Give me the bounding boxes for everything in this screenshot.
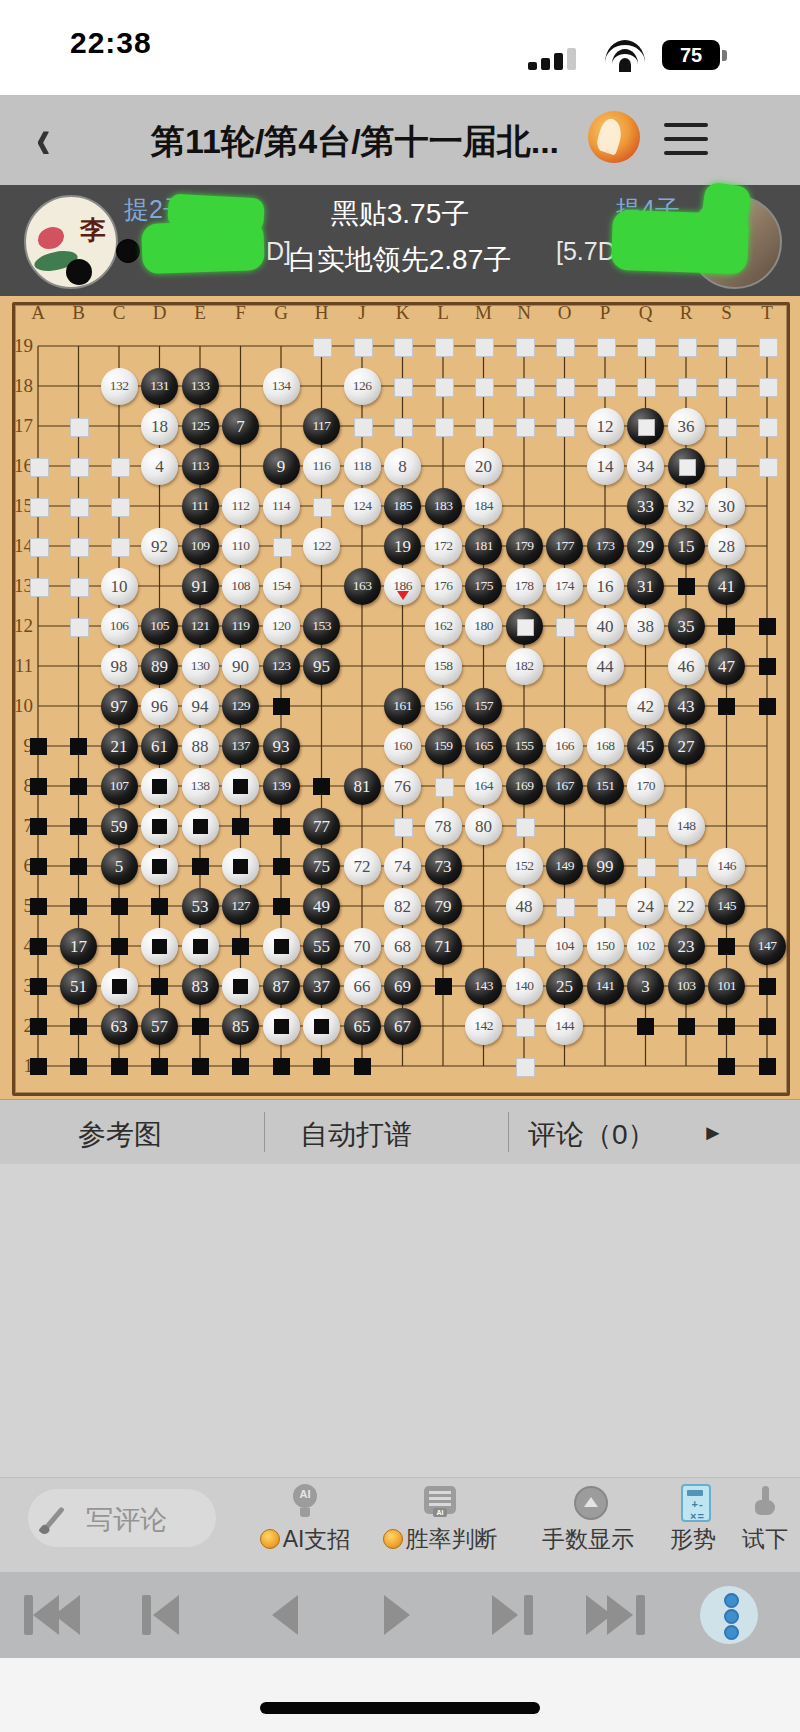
ai-hint-button[interactable]: AI AI支招: [240, 1484, 370, 1555]
page-title: 第11轮/第4台/第十一届北...: [120, 119, 590, 165]
territory-marker-black-B1: [70, 1058, 87, 1075]
territory-marker-black-G7: [273, 818, 290, 835]
stone-black-P14: 173: [587, 528, 624, 565]
territory-marker-white-G14: [273, 538, 292, 557]
stone-black-R9: 27: [668, 728, 705, 765]
dead-stone-white-D7: [141, 808, 178, 845]
stone-black-L5: 79: [425, 888, 462, 925]
stone-black-H3: 37: [303, 968, 340, 1005]
stone-white-M16: 20: [465, 448, 502, 485]
coin-icon: [260, 1529, 280, 1549]
stone-black-M13: 175: [465, 568, 502, 605]
stone-black-G11: 123: [263, 648, 300, 685]
stone-white-S14: 28: [708, 528, 745, 565]
territory-marker-white-Q19: [637, 338, 656, 357]
stone-white-F14: 110: [222, 528, 259, 565]
stone-black-K15: 185: [384, 488, 421, 525]
territory-marker-black-B5: [70, 898, 87, 915]
stone-white-K8: 76: [384, 768, 421, 805]
column-label: K: [388, 302, 418, 324]
territory-marker-white-Q6: [637, 858, 656, 877]
territory-marker-white-R18: [678, 378, 697, 397]
stone-black-N9: 155: [506, 728, 543, 765]
column-label: L: [428, 302, 458, 324]
territory-marker-white-N2: [516, 1018, 535, 1037]
go-to-start-button[interactable]: [24, 1590, 84, 1640]
territory-marker-black-T12: [759, 618, 776, 635]
stone-black-K2: 67: [384, 1008, 421, 1045]
column-label: O: [550, 302, 580, 324]
stone-white-J3: 66: [344, 968, 381, 1005]
stone-white-O9: 166: [546, 728, 583, 765]
stone-white-M2: 142: [465, 1008, 502, 1045]
territory-marker-white-L19: [435, 338, 454, 357]
stone-white-M15: 184: [465, 488, 502, 525]
column-label: D: [145, 302, 175, 324]
stone-black-E18: 133: [182, 368, 219, 405]
territory-marker-white-H19: [313, 338, 332, 357]
territory-marker-white-J17: [354, 418, 373, 437]
stone-white-S6: 146: [708, 848, 745, 885]
stone-white-J6: 72: [344, 848, 381, 885]
stone-black-L15: 183: [425, 488, 462, 525]
territory-marker-white-N7: [516, 818, 535, 837]
wifi-icon: [605, 40, 645, 70]
forward-ten-button[interactable]: [584, 1590, 644, 1640]
stone-black-B3: 51: [60, 968, 97, 1005]
territory-marker-white-M18: [475, 378, 494, 397]
territory-marker-white-B15: [70, 498, 89, 517]
stone-white-F15: 112: [222, 488, 259, 525]
clock: 22:38: [70, 26, 152, 60]
stone-white-Q4: 102: [627, 928, 664, 965]
territory-marker-black-A9: [30, 738, 47, 755]
tab-auto-replay[interactable]: 自动打谱: [300, 1116, 412, 1154]
menu-button[interactable]: [664, 123, 708, 157]
battery-nub: [722, 50, 727, 61]
stone-white-K16: 8: [384, 448, 421, 485]
stone-black-F2: 85: [222, 1008, 259, 1045]
stone-black-S13: 41: [708, 568, 745, 605]
stone-white-C12: 106: [101, 608, 138, 645]
stone-white-D10: 96: [141, 688, 178, 725]
stone-black-H5: 49: [303, 888, 340, 925]
stone-black-K14: 19: [384, 528, 421, 565]
territory-marker-white-N4: [516, 938, 535, 957]
stone-black-M9: 165: [465, 728, 502, 765]
stone-white-G13: 154: [263, 568, 300, 605]
territory-marker-black-T10: [759, 698, 776, 715]
stone-black-G8: 139: [263, 768, 300, 805]
menu-bar: 参考图 自动打谱 评论（0） ►: [0, 1099, 800, 1165]
stone-white-K4: 68: [384, 928, 421, 965]
stone-white-H14: 122: [303, 528, 340, 565]
territory-marker-white-K18: [394, 378, 413, 397]
territory-marker-black-F1: [232, 1058, 249, 1075]
stone-white-O2: 144: [546, 1008, 583, 1045]
territory-marker-black-T3: [759, 978, 776, 995]
stone-white-L13: 176: [425, 568, 462, 605]
stone-white-O4: 104: [546, 928, 583, 965]
dead-stone-white-G4: [263, 928, 300, 965]
stone-black-M14: 181: [465, 528, 502, 565]
stone-white-E10: 94: [182, 688, 219, 725]
stone-black-R14: 15: [668, 528, 705, 565]
stone-black-E3: 83: [182, 968, 219, 1005]
stone-white-M8: 164: [465, 768, 502, 805]
playback-bar: [0, 1572, 800, 1658]
territory-marker-white-L8: [435, 778, 454, 797]
previous-move-button[interactable]: [258, 1590, 318, 1640]
territory-marker-white-O17: [556, 418, 575, 437]
territory-marker-black-J1: [354, 1058, 371, 1075]
stone-white-J4: 70: [344, 928, 381, 965]
column-label: T: [752, 302, 782, 324]
stone-black-H12: 153: [303, 608, 340, 645]
dead-stone-black-R16: [668, 448, 705, 485]
territory-marker-white-O12: [556, 618, 575, 637]
territory-marker-black-G10: [273, 698, 290, 715]
territory-marker-black-A3: [30, 978, 47, 995]
dead-stone-white-E4: [182, 928, 219, 965]
territory-marker-white-C14: [111, 538, 130, 557]
territory-marker-white-O5: [556, 898, 575, 917]
territory-marker-white-O19: [556, 338, 575, 357]
stone-white-J16: 118: [344, 448, 381, 485]
stone-white-Q16: 34: [627, 448, 664, 485]
stone-black-N14: 179: [506, 528, 543, 565]
territory-marker-black-S1: [718, 1058, 735, 1075]
stone-white-C13: 10: [101, 568, 138, 605]
territory-marker-black-S12: [718, 618, 735, 635]
stone-white-Q10: 42: [627, 688, 664, 725]
territory-marker-white-L17: [435, 418, 454, 437]
hand-icon: [755, 1486, 775, 1516]
territory-marker-white-B17: [70, 418, 89, 437]
territory-marker-black-T1: [759, 1058, 776, 1075]
stone-white-F11: 90: [222, 648, 259, 685]
territory-marker-black-R13: [678, 578, 695, 595]
territory-marker-white-B13: [70, 578, 89, 597]
stone-white-G18: 134: [263, 368, 300, 405]
row-label: 19: [7, 335, 33, 357]
territory-marker-black-B9: [70, 738, 87, 755]
comment-placeholder: 写评论: [86, 1502, 167, 1538]
stone-white-G15: 114: [263, 488, 300, 525]
dead-stone-white-E7: [182, 808, 219, 845]
territory-marker-white-A14: [30, 538, 49, 557]
territory-marker-black-H8: [313, 778, 330, 795]
stone-black-D9: 61: [141, 728, 178, 765]
stone-white-L10: 156: [425, 688, 462, 725]
divider: [264, 1112, 265, 1152]
stone-white-G12: 120: [263, 608, 300, 645]
row-label: 12: [7, 615, 33, 637]
stone-black-E13: 91: [182, 568, 219, 605]
territory-marker-white-B12: [70, 618, 89, 637]
stone-black-H4: 55: [303, 928, 340, 965]
territory-marker-white-B16: [70, 458, 89, 477]
stone-black-H6: 75: [303, 848, 340, 885]
back-ten-button[interactable]: [136, 1590, 196, 1640]
stone-black-O3: 25: [546, 968, 583, 1005]
stone-black-C2: 63: [101, 1008, 138, 1045]
stone-white-P4: 150: [587, 928, 624, 965]
stone-black-E14: 109: [182, 528, 219, 565]
stone-black-S5: 145: [708, 888, 745, 925]
territory-marker-black-C1: [111, 1058, 128, 1075]
column-label: E: [185, 302, 215, 324]
stone-black-C10: 97: [101, 688, 138, 725]
stone-black-Q13: 31: [627, 568, 664, 605]
try-move-button[interactable]: 试下: [700, 1484, 800, 1555]
winrate-button[interactable]: AI 胜率判断: [375, 1484, 505, 1555]
content-panel: [0, 1164, 800, 1477]
row-label: 18: [7, 375, 33, 397]
battery-icon: 75: [662, 40, 720, 70]
stone-black-Q3: 3: [627, 968, 664, 1005]
tab-reference-diagram[interactable]: 参考图: [78, 1116, 162, 1154]
stone-white-K9: 160: [384, 728, 421, 765]
stone-black-C6: 5: [101, 848, 138, 885]
territory-marker-black-A2: [30, 1018, 47, 1035]
lightbulb-icon: AI: [293, 1484, 317, 1508]
column-label: B: [64, 302, 94, 324]
stone-black-G16: 9: [263, 448, 300, 485]
territory-marker-black-E2: [192, 1018, 209, 1035]
column-label: S: [712, 302, 742, 324]
column-label: P: [590, 302, 620, 324]
stone-black-S3: 101: [708, 968, 745, 1005]
column-label: G: [266, 302, 296, 324]
status-bar: 22:38 75: [0, 0, 800, 95]
territory-marker-white-T16: [759, 458, 778, 477]
stone-white-N6: 152: [506, 848, 543, 885]
territory-marker-black-F4: [232, 938, 249, 955]
stone-black-M10: 157: [465, 688, 502, 725]
stone-black-D2: 57: [141, 1008, 178, 1045]
territory-marker-black-E1: [192, 1058, 209, 1075]
territory-marker-black-A6: [30, 858, 47, 875]
stone-white-P12: 40: [587, 608, 624, 645]
territory-marker-black-B8: [70, 778, 87, 795]
territory-marker-black-A8: [30, 778, 47, 795]
abacus-icon: AI: [424, 1486, 456, 1514]
next-move-button[interactable]: [480, 1590, 540, 1640]
stone-white-L12: 162: [425, 608, 462, 645]
play-button[interactable]: [368, 1590, 428, 1640]
stone-black-E15: 111: [182, 488, 219, 525]
stone-black-P3: 141: [587, 968, 624, 1005]
stone-black-G9: 93: [263, 728, 300, 765]
stone-white-J15: 124: [344, 488, 381, 525]
stone-black-J13: 163: [344, 568, 381, 605]
stone-black-J8: 81: [344, 768, 381, 805]
back-button[interactable]: ‹: [36, 106, 51, 171]
territory-marker-black-H1: [313, 1058, 330, 1075]
territory-marker-black-G6: [273, 858, 290, 875]
app-logo: [588, 111, 640, 163]
stone-white-L14: 172: [425, 528, 462, 565]
stone-white-N5: 48: [506, 888, 543, 925]
stone-black-E5: 53: [182, 888, 219, 925]
stone-white-R11: 46: [668, 648, 705, 685]
territory-marker-black-C4: [111, 938, 128, 955]
territory-marker-white-S18: [718, 378, 737, 397]
territory-marker-white-B14: [70, 538, 89, 557]
stone-black-D18: 131: [141, 368, 178, 405]
app-screen: 22:38 75 ‹ 第11轮/第4台/第十一届北... 李 提2子 提4子 D…: [0, 0, 800, 1732]
column-label: Q: [631, 302, 661, 324]
territory-marker-black-R2: [678, 1018, 695, 1035]
dead-stone-white-F3: [222, 968, 259, 1005]
row-label: 10: [7, 695, 33, 717]
stone-white-E11: 130: [182, 648, 219, 685]
territory-marker-black-B2: [70, 1018, 87, 1035]
toolbar: 写评论 AI AI支招 AI 胜率判断 手数显示 +-×= 形势 试下: [0, 1477, 800, 1573]
stone-white-E9: 88: [182, 728, 219, 765]
territory-marker-white-K17: [394, 418, 413, 437]
territory-marker-white-N17: [516, 418, 535, 437]
stone-black-D11: 89: [141, 648, 178, 685]
territory-marker-black-D1: [151, 1058, 168, 1075]
territory-marker-white-M17: [475, 418, 494, 437]
stone-white-L7: 78: [425, 808, 462, 845]
stone-black-K10: 161: [384, 688, 421, 725]
stone-black-C7: 59: [101, 808, 138, 845]
territory-marker-black-F7: [232, 818, 249, 835]
stone-white-P13: 16: [587, 568, 624, 605]
stone-white-O13: 174: [546, 568, 583, 605]
dead-stone-white-G2: [263, 1008, 300, 1045]
dead-stone-white-C3: [101, 968, 138, 1005]
territory-marker-white-S19: [718, 338, 737, 357]
stone-white-K6: 74: [384, 848, 421, 885]
stone-white-R7: 148: [668, 808, 705, 845]
stone-black-H7: 77: [303, 808, 340, 845]
bottom-area: [0, 1658, 800, 1732]
column-label: C: [104, 302, 134, 324]
stone-black-R10: 43: [668, 688, 705, 725]
dead-stone-white-F6: [222, 848, 259, 885]
column-label: M: [469, 302, 499, 324]
stone-black-P8: 151: [587, 768, 624, 805]
stone-white-D14: 92: [141, 528, 178, 565]
stone-white-N13: 178: [506, 568, 543, 605]
territory-marker-black-C5: [111, 898, 128, 915]
territory-marker-black-A4: [30, 938, 47, 955]
stone-black-C8: 107: [101, 768, 138, 805]
stone-black-F5: 127: [222, 888, 259, 925]
dead-stone-white-D4: [141, 928, 178, 965]
stone-white-N3: 140: [506, 968, 543, 1005]
territory-marker-black-A5: [30, 898, 47, 915]
brush-icon: [44, 1506, 65, 1529]
stone-black-S11: 47: [708, 648, 745, 685]
territory-marker-white-S16: [718, 458, 737, 477]
tab-comments[interactable]: 评论（0）: [528, 1116, 656, 1154]
column-label: J: [347, 302, 377, 324]
stone-white-C11: 98: [101, 648, 138, 685]
stone-white-P16: 14: [587, 448, 624, 485]
stone-black-O14: 177: [546, 528, 583, 565]
stone-black-R3: 103: [668, 968, 705, 1005]
territory-marker-black-T11: [759, 658, 776, 675]
stone-black-K3: 69: [384, 968, 421, 1005]
territory-marker-white-A13: [30, 578, 49, 597]
territory-marker-white-T17: [759, 418, 778, 437]
territory-marker-white-K19: [394, 338, 413, 357]
column-label: F: [226, 302, 256, 324]
last-move-marker: [397, 591, 409, 600]
comment-input[interactable]: 写评论: [28, 1489, 216, 1547]
territory-marker-white-M19: [475, 338, 494, 357]
stone-black-O6: 149: [546, 848, 583, 885]
column-label: A: [23, 302, 53, 324]
home-indicator[interactable]: [260, 1702, 540, 1714]
signal-icon: [528, 48, 590, 70]
dead-stone-white-F8: [222, 768, 259, 805]
comments-expand-arrow[interactable]: ►: [702, 1120, 724, 1146]
territory-marker-black-S4: [718, 938, 735, 955]
move-number-icon: [574, 1486, 608, 1520]
stone-white-P11: 44: [587, 648, 624, 685]
territory-marker-white-N18: [516, 378, 535, 397]
stone-black-H17: 117: [303, 408, 340, 445]
territory-marker-white-S17: [718, 418, 737, 437]
territory-marker-white-N1: [516, 1058, 535, 1077]
territory-marker-white-H15: [313, 498, 332, 517]
territory-marker-white-T19: [759, 338, 778, 357]
territory-marker-white-C16: [111, 458, 130, 477]
stone-white-R17: 36: [668, 408, 705, 445]
stone-white-R5: 22: [668, 888, 705, 925]
stone-white-P9: 168: [587, 728, 624, 765]
territory-marker-white-A16: [30, 458, 49, 477]
stone-black-F17: 7: [222, 408, 259, 445]
stone-white-Q12: 38: [627, 608, 664, 645]
stone-black-E17: 125: [182, 408, 219, 445]
territory-marker-white-O18: [556, 378, 575, 397]
territory-marker-white-L18: [435, 378, 454, 397]
stone-white-M12: 180: [465, 608, 502, 645]
stone-black-N8: 169: [506, 768, 543, 805]
territory-marker-white-J19: [354, 338, 373, 357]
territory-marker-black-A1: [30, 1058, 47, 1075]
stone-white-Q8: 170: [627, 768, 664, 805]
stone-black-H11: 95: [303, 648, 340, 685]
stone-white-J18: 126: [344, 368, 381, 405]
territory-marker-white-T18: [759, 378, 778, 397]
territory-marker-white-N19: [516, 338, 535, 357]
territory-marker-black-S2: [718, 1018, 735, 1035]
coin-icon: [383, 1529, 403, 1549]
stone-black-M3: 143: [465, 968, 502, 1005]
more-options-button[interactable]: [700, 1586, 758, 1644]
board-section: ABCDEFGHJKLMNOPQRST191817161514131211109…: [0, 296, 800, 1099]
stone-white-S15: 30: [708, 488, 745, 525]
dead-stone-black-Q17: [627, 408, 664, 445]
censor-blob-left-2: [167, 194, 265, 233]
stone-black-E12: 121: [182, 608, 219, 645]
stone-black-E16: 113: [182, 448, 219, 485]
stone-black-J2: 65: [344, 1008, 381, 1045]
go-board[interactable]: ABCDEFGHJKLMNOPQRST191817161514131211109…: [10, 296, 790, 1096]
stone-black-L4: 71: [425, 928, 462, 965]
territory-marker-black-E6: [192, 858, 209, 875]
territory-marker-white-P5: [597, 898, 616, 917]
stone-black-T4: 147: [749, 928, 786, 965]
